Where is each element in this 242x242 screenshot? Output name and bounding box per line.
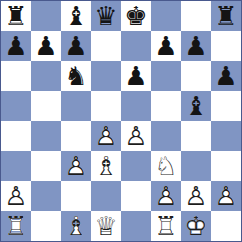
square-g3[interactable] (181, 151, 211, 181)
square-h1[interactable] (211, 211, 241, 241)
piece-white-pawn[interactable]: ♟♙ (91, 121, 121, 151)
square-c8[interactable]: ♝ (61, 1, 91, 31)
piece-black-rook[interactable]: ♜ (1, 1, 31, 31)
piece-white-knight[interactable]: ♞♘ (151, 151, 181, 181)
black-pawn-glyph: ♟ (61, 31, 91, 61)
square-f7[interactable]: ♟ (151, 31, 181, 61)
square-b7[interactable]: ♟ (31, 31, 61, 61)
square-e6[interactable]: ♟ (121, 61, 151, 91)
square-c1[interactable]: ♝♗ (61, 211, 91, 241)
square-b2[interactable] (31, 181, 61, 211)
white-pawn-outline: ♙ (181, 181, 211, 211)
white-king-outline: ♔ (181, 211, 211, 241)
piece-black-bishop[interactable]: ♝ (61, 1, 91, 31)
white-bishop-outline: ♗ (91, 151, 121, 181)
square-d1[interactable]: ♛♕ (91, 211, 121, 241)
piece-black-knight[interactable]: ♞ (61, 61, 91, 91)
square-e2[interactable] (121, 181, 151, 211)
white-queen-outline: ♕ (91, 211, 121, 241)
piece-black-pawn[interactable]: ♟ (31, 31, 61, 61)
piece-black-rook[interactable]: ♜ (211, 1, 241, 31)
square-d7[interactable] (91, 31, 121, 61)
square-d8[interactable]: ♛ (91, 1, 121, 31)
square-e5[interactable] (121, 91, 151, 121)
black-pawn-glyph: ♟ (1, 31, 31, 61)
black-bishop-glyph: ♝ (181, 91, 211, 121)
white-pawn-outline: ♙ (211, 181, 241, 211)
square-a4[interactable] (1, 121, 31, 151)
square-h5[interactable] (211, 91, 241, 121)
square-c3[interactable]: ♟♙ (61, 151, 91, 181)
white-pawn-outline: ♙ (151, 181, 181, 211)
piece-black-queen[interactable]: ♛ (91, 1, 121, 31)
black-king-glyph: ♚ (121, 1, 151, 31)
square-g8[interactable] (181, 1, 211, 31)
black-pawn-glyph: ♟ (121, 61, 151, 91)
piece-black-king[interactable]: ♚ (121, 1, 151, 31)
square-d2[interactable] (91, 181, 121, 211)
square-h6[interactable]: ♟ (211, 61, 241, 91)
square-g7[interactable]: ♟ (181, 31, 211, 61)
black-bishop-glyph: ♝ (61, 1, 91, 31)
piece-black-pawn[interactable]: ♟ (1, 31, 31, 61)
square-d6[interactable] (91, 61, 121, 91)
square-a3[interactable] (1, 151, 31, 181)
square-b6[interactable] (31, 61, 61, 91)
square-g4[interactable] (181, 121, 211, 151)
square-a7[interactable]: ♟ (1, 31, 31, 61)
square-e8[interactable]: ♚ (121, 1, 151, 31)
piece-black-bishop[interactable]: ♝ (181, 91, 211, 121)
square-a1[interactable]: ♜♖ (1, 211, 31, 241)
black-pawn-glyph: ♟ (151, 31, 181, 61)
black-queen-glyph: ♛ (91, 1, 121, 31)
piece-white-pawn[interactable]: ♟♙ (121, 121, 151, 151)
white-pawn-outline: ♙ (61, 151, 91, 181)
square-c4[interactable] (61, 121, 91, 151)
square-h4[interactable] (211, 121, 241, 151)
square-h7[interactable] (211, 31, 241, 61)
piece-black-pawn[interactable]: ♟ (61, 31, 91, 61)
square-c5[interactable] (61, 91, 91, 121)
square-a8[interactable]: ♜ (1, 1, 31, 31)
square-e3[interactable] (121, 151, 151, 181)
black-rook-glyph: ♜ (1, 1, 31, 31)
square-f4[interactable] (151, 121, 181, 151)
square-a2[interactable]: ♟♙ (1, 181, 31, 211)
square-f1[interactable]: ♜♖ (151, 211, 181, 241)
square-b5[interactable] (31, 91, 61, 121)
white-knight-outline: ♘ (151, 151, 181, 181)
piece-white-rook[interactable]: ♜♖ (151, 211, 181, 241)
piece-white-pawn[interactable]: ♟♙ (61, 151, 91, 181)
piece-white-rook[interactable]: ♜♖ (1, 211, 31, 241)
black-pawn-glyph: ♟ (31, 31, 61, 61)
piece-white-pawn[interactable]: ♟♙ (151, 181, 181, 211)
square-a6[interactable] (1, 61, 31, 91)
square-a5[interactable] (1, 91, 31, 121)
square-d3[interactable]: ♝♗ (91, 151, 121, 181)
square-e1[interactable] (121, 211, 151, 241)
white-bishop-outline: ♗ (61, 211, 91, 241)
piece-white-bishop[interactable]: ♝♗ (61, 211, 91, 241)
square-d4[interactable]: ♟♙ (91, 121, 121, 151)
black-pawn-glyph: ♟ (181, 31, 211, 61)
square-d5[interactable] (91, 91, 121, 121)
square-h3[interactable] (211, 151, 241, 181)
piece-white-pawn[interactable]: ♟♙ (211, 181, 241, 211)
square-h8[interactable]: ♜ (211, 1, 241, 31)
piece-white-king[interactable]: ♚♔ (181, 211, 211, 241)
square-b1[interactable] (31, 211, 61, 241)
white-rook-outline: ♖ (151, 211, 181, 241)
square-f2[interactable]: ♟♙ (151, 181, 181, 211)
square-h2[interactable]: ♟♙ (211, 181, 241, 211)
square-f6[interactable] (151, 61, 181, 91)
square-g1[interactable]: ♚♔ (181, 211, 211, 241)
square-f8[interactable] (151, 1, 181, 31)
piece-black-pawn[interactable]: ♟ (121, 61, 151, 91)
black-pawn-glyph: ♟ (211, 61, 241, 91)
square-f3[interactable]: ♞♘ (151, 151, 181, 181)
piece-white-bishop[interactable]: ♝♗ (91, 151, 121, 181)
chess-board: ♜♝♛♚♜♟♟♟♟♟♞♟♟♝♟♙♟♙♟♙♝♗♞♘♟♙♟♙♟♙♟♙♜♖♝♗♛♕♜♖… (0, 0, 242, 242)
square-f5[interactable] (151, 91, 181, 121)
square-b4[interactable] (31, 121, 61, 151)
square-c2[interactable] (61, 181, 91, 211)
black-rook-glyph: ♜ (211, 1, 241, 31)
square-g5[interactable]: ♝ (181, 91, 211, 121)
square-e4[interactable]: ♟♙ (121, 121, 151, 151)
piece-black-pawn[interactable]: ♟ (151, 31, 181, 61)
square-g2[interactable]: ♟♙ (181, 181, 211, 211)
square-e7[interactable] (121, 31, 151, 61)
piece-black-pawn[interactable]: ♟ (181, 31, 211, 61)
white-pawn-outline: ♙ (121, 121, 151, 151)
piece-white-pawn[interactable]: ♟♙ (181, 181, 211, 211)
piece-white-queen[interactable]: ♛♕ (91, 211, 121, 241)
square-c6[interactable]: ♞ (61, 61, 91, 91)
piece-white-pawn[interactable]: ♟♙ (1, 181, 31, 211)
square-b3[interactable] (31, 151, 61, 181)
black-knight-glyph: ♞ (61, 61, 91, 91)
square-c7[interactable]: ♟ (61, 31, 91, 61)
white-rook-outline: ♖ (1, 211, 31, 241)
square-b8[interactable] (31, 1, 61, 31)
piece-black-pawn[interactable]: ♟ (211, 61, 241, 91)
white-pawn-outline: ♙ (1, 181, 31, 211)
white-pawn-outline: ♙ (91, 121, 121, 151)
square-g6[interactable] (181, 61, 211, 91)
